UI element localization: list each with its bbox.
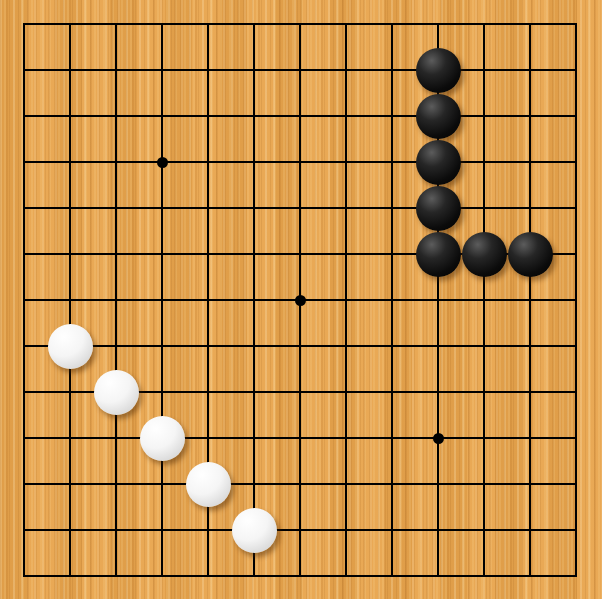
intersection[interactable] xyxy=(47,1,93,47)
intersection[interactable] xyxy=(461,231,507,277)
intersection[interactable] xyxy=(461,323,507,369)
intersection[interactable] xyxy=(461,415,507,461)
intersection[interactable] xyxy=(415,553,461,599)
intersection[interactable] xyxy=(231,415,277,461)
intersection[interactable] xyxy=(93,369,139,415)
board-grid xyxy=(1,1,599,599)
intersection[interactable] xyxy=(93,1,139,47)
black-stone xyxy=(416,140,461,185)
intersection[interactable] xyxy=(323,369,369,415)
intersection[interactable] xyxy=(47,93,93,139)
intersection[interactable] xyxy=(553,139,599,185)
intersection[interactable] xyxy=(185,185,231,231)
intersection[interactable] xyxy=(139,553,185,599)
intersection[interactable] xyxy=(323,1,369,47)
intersection[interactable] xyxy=(277,1,323,47)
intersection[interactable] xyxy=(185,507,231,553)
intersection[interactable] xyxy=(277,47,323,93)
black-stone xyxy=(416,94,461,139)
intersection[interactable] xyxy=(507,369,553,415)
intersection[interactable] xyxy=(185,369,231,415)
intersection[interactable] xyxy=(553,185,599,231)
intersection[interactable] xyxy=(47,139,93,185)
intersection[interactable] xyxy=(1,415,47,461)
intersection[interactable] xyxy=(185,1,231,47)
intersection[interactable] xyxy=(1,139,47,185)
intersection[interactable] xyxy=(323,507,369,553)
intersection[interactable] xyxy=(185,415,231,461)
intersection[interactable] xyxy=(47,415,93,461)
star-point xyxy=(295,295,306,306)
intersection[interactable] xyxy=(1,461,47,507)
intersection[interactable] xyxy=(231,369,277,415)
intersection[interactable] xyxy=(553,47,599,93)
intersection[interactable] xyxy=(415,415,461,461)
intersection[interactable] xyxy=(415,277,461,323)
intersection[interactable] xyxy=(461,1,507,47)
intersection[interactable] xyxy=(507,231,553,277)
intersection[interactable] xyxy=(323,461,369,507)
intersection[interactable] xyxy=(47,185,93,231)
intersection[interactable] xyxy=(139,507,185,553)
intersection[interactable] xyxy=(369,139,415,185)
intersection[interactable] xyxy=(185,277,231,323)
white-stone xyxy=(94,370,139,415)
intersection[interactable] xyxy=(369,1,415,47)
intersection[interactable] xyxy=(461,369,507,415)
intersection[interactable] xyxy=(93,461,139,507)
intersection[interactable] xyxy=(369,369,415,415)
intersection[interactable] xyxy=(415,231,461,277)
intersection[interactable] xyxy=(93,323,139,369)
intersection[interactable] xyxy=(277,461,323,507)
intersection[interactable] xyxy=(277,139,323,185)
intersection[interactable] xyxy=(461,93,507,139)
intersection[interactable] xyxy=(507,507,553,553)
intersection[interactable] xyxy=(323,415,369,461)
intersection[interactable] xyxy=(507,415,553,461)
intersection[interactable] xyxy=(323,139,369,185)
intersection[interactable] xyxy=(231,323,277,369)
intersection[interactable] xyxy=(93,553,139,599)
intersection[interactable] xyxy=(461,553,507,599)
intersection[interactable] xyxy=(507,139,553,185)
intersection[interactable] xyxy=(415,461,461,507)
intersection[interactable] xyxy=(277,277,323,323)
intersection[interactable] xyxy=(507,461,553,507)
white-stone xyxy=(232,508,277,553)
intersection[interactable] xyxy=(47,47,93,93)
intersection[interactable] xyxy=(553,1,599,47)
intersection[interactable] xyxy=(1,185,47,231)
intersection[interactable] xyxy=(277,185,323,231)
intersection[interactable] xyxy=(139,185,185,231)
intersection[interactable] xyxy=(185,47,231,93)
intersection[interactable] xyxy=(185,231,231,277)
intersection[interactable] xyxy=(369,323,415,369)
intersection[interactable] xyxy=(507,185,553,231)
intersection[interactable] xyxy=(231,231,277,277)
intersection[interactable] xyxy=(231,553,277,599)
intersection[interactable] xyxy=(323,277,369,323)
intersection[interactable] xyxy=(139,93,185,139)
intersection[interactable] xyxy=(507,553,553,599)
intersection[interactable] xyxy=(507,93,553,139)
intersection[interactable] xyxy=(1,47,47,93)
intersection[interactable] xyxy=(231,461,277,507)
intersection[interactable] xyxy=(415,185,461,231)
intersection[interactable] xyxy=(461,461,507,507)
intersection[interactable] xyxy=(323,47,369,93)
intersection[interactable] xyxy=(461,277,507,323)
intersection[interactable] xyxy=(1,507,47,553)
intersection[interactable] xyxy=(277,553,323,599)
intersection[interactable] xyxy=(139,415,185,461)
intersection[interactable] xyxy=(139,369,185,415)
intersection[interactable] xyxy=(553,93,599,139)
intersection[interactable] xyxy=(507,47,553,93)
intersection[interactable] xyxy=(369,185,415,231)
black-stone xyxy=(416,48,461,93)
intersection[interactable] xyxy=(369,507,415,553)
intersection[interactable] xyxy=(461,139,507,185)
star-point xyxy=(433,433,444,444)
intersection[interactable] xyxy=(231,185,277,231)
intersection[interactable] xyxy=(93,507,139,553)
intersection[interactable] xyxy=(93,93,139,139)
intersection[interactable] xyxy=(553,461,599,507)
intersection[interactable] xyxy=(47,553,93,599)
intersection[interactable] xyxy=(415,323,461,369)
intersection[interactable] xyxy=(47,231,93,277)
intersection[interactable] xyxy=(185,461,231,507)
intersection[interactable] xyxy=(369,461,415,507)
intersection[interactable] xyxy=(507,323,553,369)
intersection[interactable] xyxy=(231,47,277,93)
intersection[interactable] xyxy=(369,277,415,323)
intersection[interactable] xyxy=(139,1,185,47)
intersection[interactable] xyxy=(461,507,507,553)
intersection[interactable] xyxy=(1,277,47,323)
intersection[interactable] xyxy=(139,231,185,277)
intersection[interactable] xyxy=(415,47,461,93)
white-stone xyxy=(140,416,185,461)
white-stone xyxy=(186,462,231,507)
intersection[interactable] xyxy=(231,277,277,323)
intersection[interactable] xyxy=(323,323,369,369)
intersection[interactable] xyxy=(93,185,139,231)
intersection[interactable] xyxy=(185,93,231,139)
intersection[interactable] xyxy=(93,231,139,277)
intersection[interactable] xyxy=(93,277,139,323)
intersection[interactable] xyxy=(139,461,185,507)
intersection[interactable] xyxy=(369,231,415,277)
intersection[interactable] xyxy=(323,93,369,139)
intersection[interactable] xyxy=(553,369,599,415)
intersection[interactable] xyxy=(231,1,277,47)
intersection[interactable] xyxy=(553,231,599,277)
intersection[interactable] xyxy=(507,1,553,47)
intersection[interactable] xyxy=(93,415,139,461)
intersection[interactable] xyxy=(369,47,415,93)
intersection[interactable] xyxy=(47,507,93,553)
intersection[interactable] xyxy=(369,553,415,599)
intersection[interactable] xyxy=(507,277,553,323)
intersection[interactable] xyxy=(139,47,185,93)
intersection[interactable] xyxy=(415,507,461,553)
intersection[interactable] xyxy=(139,277,185,323)
intersection[interactable] xyxy=(47,277,93,323)
intersection[interactable] xyxy=(185,323,231,369)
intersection[interactable] xyxy=(323,185,369,231)
intersection[interactable] xyxy=(277,323,323,369)
go-board xyxy=(0,0,602,599)
intersection[interactable] xyxy=(1,1,47,47)
intersection[interactable] xyxy=(461,47,507,93)
intersection[interactable] xyxy=(553,415,599,461)
black-stone xyxy=(508,232,553,277)
star-point xyxy=(157,157,168,168)
intersection[interactable] xyxy=(415,1,461,47)
intersection[interactable] xyxy=(553,323,599,369)
intersection[interactable] xyxy=(185,139,231,185)
intersection[interactable] xyxy=(1,93,47,139)
intersection[interactable] xyxy=(1,369,47,415)
black-stone xyxy=(416,232,461,277)
intersection[interactable] xyxy=(369,93,415,139)
intersection[interactable] xyxy=(139,139,185,185)
black-stone xyxy=(462,232,507,277)
intersection[interactable] xyxy=(47,323,93,369)
intersection[interactable] xyxy=(139,323,185,369)
intersection[interactable] xyxy=(277,507,323,553)
intersection[interactable] xyxy=(185,553,231,599)
intersection[interactable] xyxy=(277,415,323,461)
intersection[interactable] xyxy=(461,185,507,231)
intersection[interactable] xyxy=(415,369,461,415)
intersection[interactable] xyxy=(369,415,415,461)
black-stone xyxy=(416,186,461,231)
intersection[interactable] xyxy=(231,507,277,553)
intersection[interactable] xyxy=(277,93,323,139)
intersection[interactable] xyxy=(231,93,277,139)
intersection[interactable] xyxy=(47,461,93,507)
intersection[interactable] xyxy=(93,139,139,185)
intersection[interactable] xyxy=(415,93,461,139)
intersection[interactable] xyxy=(1,323,47,369)
intersection[interactable] xyxy=(553,553,599,599)
intersection[interactable] xyxy=(277,231,323,277)
intersection[interactable] xyxy=(323,553,369,599)
intersection[interactable] xyxy=(93,47,139,93)
intersection[interactable] xyxy=(231,139,277,185)
white-stone xyxy=(48,324,93,369)
intersection[interactable] xyxy=(553,507,599,553)
intersection[interactable] xyxy=(415,139,461,185)
intersection[interactable] xyxy=(277,369,323,415)
intersection[interactable] xyxy=(1,231,47,277)
intersection[interactable] xyxy=(323,231,369,277)
intersection[interactable] xyxy=(47,369,93,415)
intersection[interactable] xyxy=(1,553,47,599)
intersection[interactable] xyxy=(553,277,599,323)
